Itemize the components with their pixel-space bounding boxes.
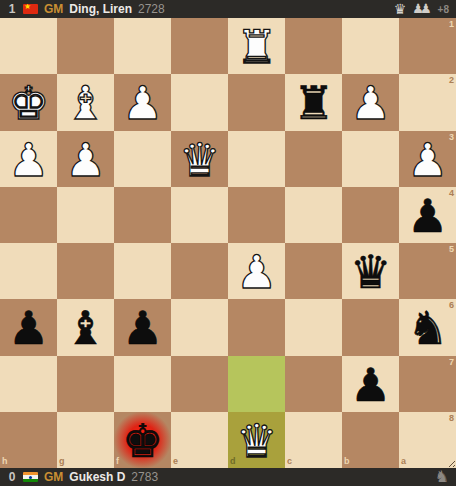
piece-black-knight[interactable]: ♞ — [407, 305, 448, 351]
square-g6[interactable]: ♝ — [57, 299, 114, 355]
square-b8[interactable]: b — [342, 412, 399, 468]
file-label-d: d — [230, 457, 236, 466]
square-f3[interactable] — [114, 131, 171, 187]
square-h4[interactable] — [0, 187, 57, 243]
square-g2[interactable]: ♝ — [57, 74, 114, 130]
piece-white-bishop[interactable]: ♝ — [65, 80, 106, 126]
square-a4[interactable]: 4♟ — [399, 187, 456, 243]
square-f7[interactable] — [114, 356, 171, 412]
rank-label-7: 7 — [449, 358, 454, 367]
piece-white-pawn[interactable]: ♟ — [8, 137, 49, 183]
square-c4[interactable] — [285, 187, 342, 243]
square-f5[interactable] — [114, 243, 171, 299]
rank-label-3: 3 — [449, 133, 454, 142]
square-e1[interactable] — [171, 18, 228, 74]
piece-white-pawn[interactable]: ♟ — [350, 80, 391, 126]
piece-black-pawn[interactable]: ♟ — [350, 362, 391, 408]
square-e4[interactable] — [171, 187, 228, 243]
bottom-player-title: GM — [44, 470, 63, 484]
square-d7[interactable] — [228, 356, 285, 412]
rank-label-4: 4 — [449, 189, 454, 198]
square-d5[interactable]: ♟ — [228, 243, 285, 299]
rank-label-1: 1 — [449, 20, 454, 29]
square-e3[interactable]: ♛ — [171, 131, 228, 187]
square-d3[interactable] — [228, 131, 285, 187]
player-bar-top: 1 ★ GM Ding, Liren 2728 ♛ ♟♟ +8 — [0, 0, 456, 18]
square-b4[interactable] — [342, 187, 399, 243]
square-c5[interactable] — [285, 243, 342, 299]
piece-white-pawn[interactable]: ♟ — [65, 137, 106, 183]
square-f4[interactable] — [114, 187, 171, 243]
square-g4[interactable] — [57, 187, 114, 243]
piece-black-pawn[interactable]: ♟ — [8, 305, 49, 351]
square-h5[interactable] — [0, 243, 57, 299]
square-a2[interactable]: 2 — [399, 74, 456, 130]
top-player-score: 1 — [7, 2, 17, 16]
square-e6[interactable] — [171, 299, 228, 355]
file-label-c: c — [287, 457, 292, 466]
square-a1[interactable]: 1 — [399, 18, 456, 74]
piece-white-king[interactable]: ♚ — [8, 80, 49, 126]
square-a8[interactable]: a8 — [399, 412, 456, 468]
square-g7[interactable] — [57, 356, 114, 412]
square-b2[interactable]: ♟ — [342, 74, 399, 130]
rank-label-6: 6 — [449, 301, 454, 310]
file-label-f: f — [116, 457, 119, 466]
top-player-rating: 2728 — [138, 2, 165, 16]
square-c3[interactable] — [285, 131, 342, 187]
piece-black-queen[interactable]: ♛ — [350, 249, 391, 295]
square-g8[interactable]: g — [57, 412, 114, 468]
square-g3[interactable]: ♟ — [57, 131, 114, 187]
square-c6[interactable] — [285, 299, 342, 355]
top-player-title: GM — [44, 2, 63, 16]
piece-black-bishop[interactable]: ♝ — [65, 305, 106, 351]
square-c1[interactable] — [285, 18, 342, 74]
square-b6[interactable] — [342, 299, 399, 355]
square-h3[interactable]: ♟ — [0, 131, 57, 187]
rank-label-5: 5 — [449, 245, 454, 254]
square-g1[interactable] — [57, 18, 114, 74]
piece-black-rook[interactable]: ♜ — [293, 80, 334, 126]
piece-white-queen[interactable]: ♛ — [179, 137, 220, 183]
piece-black-pawn[interactable]: ♟ — [407, 193, 448, 239]
piece-white-pawn[interactable]: ♟ — [122, 80, 163, 126]
bottom-player-rating: 2783 — [131, 470, 158, 484]
piece-black-pawn[interactable]: ♟ — [122, 305, 163, 351]
square-c8[interactable]: c — [285, 412, 342, 468]
square-b3[interactable] — [342, 131, 399, 187]
square-h6[interactable]: ♟ — [0, 299, 57, 355]
file-label-b: b — [344, 457, 350, 466]
square-h2[interactable]: ♚ — [0, 74, 57, 130]
player-bar-bottom: 0 GM Gukesh D 2783 ♞ — [0, 468, 456, 486]
square-h1[interactable] — [0, 18, 57, 74]
square-e7[interactable] — [171, 356, 228, 412]
square-e5[interactable] — [171, 243, 228, 299]
square-a3[interactable]: 3♟ — [399, 131, 456, 187]
captured-pawns-icon: ♟♟ — [412, 0, 427, 18]
file-label-a: a — [401, 457, 406, 466]
square-d2[interactable] — [228, 74, 285, 130]
rank-label-2: 2 — [449, 76, 454, 85]
square-f6[interactable]: ♟ — [114, 299, 171, 355]
square-h8[interactable]: h — [0, 412, 57, 468]
piece-white-pawn[interactable]: ♟ — [407, 137, 448, 183]
square-e8[interactable]: e — [171, 412, 228, 468]
square-b5[interactable]: ♛ — [342, 243, 399, 299]
captured-queen-icon: ♛ — [394, 0, 407, 18]
square-d6[interactable] — [228, 299, 285, 355]
file-label-e: e — [173, 457, 178, 466]
file-label-g: g — [59, 457, 65, 466]
captured-knight-icon: ♞ — [435, 468, 449, 486]
square-b1[interactable] — [342, 18, 399, 74]
piece-white-rook[interactable]: ♜ — [236, 24, 277, 70]
square-c7[interactable] — [285, 356, 342, 412]
square-h7[interactable] — [0, 356, 57, 412]
square-c2[interactable]: ♜ — [285, 74, 342, 130]
rank-label-8: 8 — [449, 414, 454, 423]
square-f1[interactable] — [114, 18, 171, 74]
piece-white-queen[interactable]: ♛ — [236, 418, 277, 464]
piece-black-king[interactable]: ♚ — [122, 418, 163, 464]
square-d4[interactable] — [228, 187, 285, 243]
piece-white-pawn[interactable]: ♟ — [236, 249, 277, 295]
file-label-h: h — [2, 457, 8, 466]
chess-board[interactable]: ♜1♚♝♟♜♟2♟♟♛3♟4♟♟♛5♟♝♟6♞♟7hgf♚ed♛cba8 — [0, 18, 456, 468]
square-d8[interactable]: d♛ — [228, 412, 285, 468]
square-e2[interactable] — [171, 74, 228, 130]
square-f8[interactable]: f♚ — [114, 412, 171, 468]
top-player-name: Ding, Liren — [69, 2, 132, 16]
square-a5[interactable]: 5 — [399, 243, 456, 299]
square-f2[interactable]: ♟ — [114, 74, 171, 130]
square-b7[interactable]: ♟ — [342, 356, 399, 412]
china-flag-icon: ★ — [23, 4, 38, 14]
material-advantage: +8 — [438, 4, 449, 15]
bottom-player-score: 0 — [7, 470, 17, 484]
square-a7[interactable]: 7 — [399, 356, 456, 412]
square-d1[interactable]: ♜ — [228, 18, 285, 74]
bottom-player-name: Gukesh D — [69, 470, 125, 484]
india-flag-icon — [23, 472, 38, 482]
square-g5[interactable] — [57, 243, 114, 299]
square-a6[interactable]: 6♞ — [399, 299, 456, 355]
